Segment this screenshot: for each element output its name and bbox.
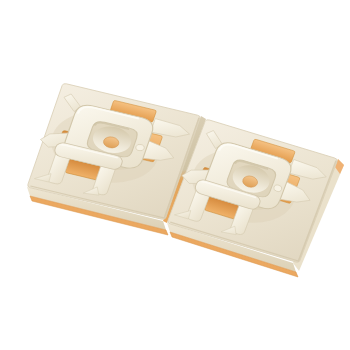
product-photo — [0, 0, 350, 350]
product-photo-canvas — [0, 0, 350, 350]
